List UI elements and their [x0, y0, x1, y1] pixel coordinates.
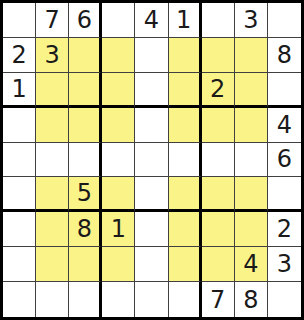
cell-r2c9[interactable]: 8	[268, 38, 301, 73]
cell-r6c4[interactable]	[102, 177, 135, 212]
given-digit: 2	[277, 217, 292, 241]
cell-r3c2[interactable]	[36, 73, 69, 108]
cell-r8c9[interactable]: 3	[268, 247, 301, 282]
given-digit: 3	[45, 43, 60, 67]
cell-r5c1[interactable]	[3, 143, 36, 178]
cell-r8c3[interactable]	[69, 247, 102, 282]
cell-r3c8[interactable]	[235, 73, 268, 108]
cell-r6c7[interactable]	[202, 177, 235, 212]
cell-r9c7[interactable]: 7	[202, 282, 235, 317]
given-digit: 7	[45, 8, 60, 32]
cell-r5c5[interactable]	[135, 143, 168, 178]
cell-r6c5[interactable]	[135, 177, 168, 212]
cell-r2c5[interactable]	[135, 38, 168, 73]
cell-r7c9[interactable]: 2	[268, 212, 301, 247]
cell-r5c7[interactable]	[202, 143, 235, 178]
cell-r2c8[interactable]	[235, 38, 268, 73]
cell-r7c3[interactable]: 8	[69, 212, 102, 247]
cell-r4c1[interactable]	[3, 108, 36, 143]
cell-r3c1[interactable]: 1	[3, 73, 36, 108]
given-digit: 4	[243, 252, 258, 276]
cell-r6c6[interactable]	[169, 177, 202, 212]
given-digit: 1	[176, 8, 191, 32]
cell-r2c6[interactable]	[169, 38, 202, 73]
cell-r3c7[interactable]: 2	[202, 73, 235, 108]
cell-r3c6[interactable]	[169, 73, 202, 108]
cell-r1c7[interactable]	[202, 3, 235, 38]
cell-r9c2[interactable]	[36, 282, 69, 317]
cell-r4c2[interactable]	[36, 108, 69, 143]
given-digit: 1	[111, 217, 126, 241]
cell-r4c3[interactable]	[69, 108, 102, 143]
cell-r5c6[interactable]	[169, 143, 202, 178]
cell-r4c9[interactable]: 4	[268, 108, 301, 143]
cell-r8c4[interactable]	[102, 247, 135, 282]
cell-r9c9[interactable]	[268, 282, 301, 317]
cell-r4c6[interactable]	[169, 108, 202, 143]
sudoku-grid: 76413238124658124378	[3, 3, 301, 317]
cell-r8c7[interactable]	[202, 247, 235, 282]
cell-r1c1[interactable]	[3, 3, 36, 38]
cell-r8c8[interactable]: 4	[235, 247, 268, 282]
cell-r6c2[interactable]	[36, 177, 69, 212]
cell-r9c3[interactable]	[69, 282, 102, 317]
cell-r1c8[interactable]: 3	[235, 3, 268, 38]
cell-r9c6[interactable]	[169, 282, 202, 317]
cell-r2c4[interactable]	[102, 38, 135, 73]
given-digit: 2	[210, 77, 225, 101]
cell-r8c5[interactable]	[135, 247, 168, 282]
cell-r9c8[interactable]: 8	[235, 282, 268, 317]
cell-r6c8[interactable]	[235, 177, 268, 212]
cell-r7c7[interactable]	[202, 212, 235, 247]
cell-r7c2[interactable]	[36, 212, 69, 247]
cell-r5c4[interactable]	[102, 143, 135, 178]
cell-r5c9[interactable]: 6	[268, 143, 301, 178]
cell-r5c2[interactable]	[36, 143, 69, 178]
cell-r1c4[interactable]	[102, 3, 135, 38]
given-digit: 7	[210, 288, 225, 312]
given-digit: 6	[277, 147, 292, 171]
given-digit: 8	[243, 288, 258, 312]
cell-r4c5[interactable]	[135, 108, 168, 143]
cell-r1c6[interactable]: 1	[169, 3, 202, 38]
cell-r4c4[interactable]	[102, 108, 135, 143]
cell-r1c5[interactable]: 4	[135, 3, 168, 38]
cell-r1c3[interactable]: 6	[69, 3, 102, 38]
cell-r7c6[interactable]	[169, 212, 202, 247]
cell-r2c3[interactable]	[69, 38, 102, 73]
cell-r1c2[interactable]: 7	[36, 3, 69, 38]
given-digit: 1	[11, 77, 26, 101]
given-digit: 8	[77, 217, 92, 241]
cell-r7c1[interactable]	[3, 212, 36, 247]
cell-r7c4[interactable]: 1	[102, 212, 135, 247]
cell-r9c4[interactable]	[102, 282, 135, 317]
given-digit: 3	[277, 252, 292, 276]
cell-r1c9[interactable]	[268, 3, 301, 38]
cell-r3c9[interactable]	[268, 73, 301, 108]
cell-r4c7[interactable]	[202, 108, 235, 143]
cell-r8c6[interactable]	[169, 247, 202, 282]
sudoku-board: 76413238124658124378	[0, 0, 304, 320]
cell-r3c5[interactable]	[135, 73, 168, 108]
given-digit: 5	[77, 181, 92, 205]
cell-r2c7[interactable]	[202, 38, 235, 73]
cell-r7c8[interactable]	[235, 212, 268, 247]
cell-r3c4[interactable]	[102, 73, 135, 108]
cell-r8c2[interactable]	[36, 247, 69, 282]
cell-r6c3[interactable]: 5	[69, 177, 102, 212]
cell-r5c8[interactable]	[235, 143, 268, 178]
cell-r8c1[interactable]	[3, 247, 36, 282]
given-digit: 8	[277, 43, 292, 67]
cell-r2c2[interactable]: 3	[36, 38, 69, 73]
cell-r6c9[interactable]	[268, 177, 301, 212]
given-digit: 4	[277, 113, 292, 137]
cell-r3c3[interactable]	[69, 73, 102, 108]
cell-r5c3[interactable]	[69, 143, 102, 178]
given-digit: 3	[243, 8, 258, 32]
given-digit: 4	[144, 8, 159, 32]
cell-r6c1[interactable]	[3, 177, 36, 212]
cell-r9c5[interactable]	[135, 282, 168, 317]
given-digit: 2	[11, 43, 26, 67]
cell-r4c8[interactable]	[235, 108, 268, 143]
cell-r2c1[interactable]: 2	[3, 38, 36, 73]
cell-r7c5[interactable]	[135, 212, 168, 247]
given-digit: 6	[77, 8, 92, 32]
cell-r9c1[interactable]	[3, 282, 36, 317]
